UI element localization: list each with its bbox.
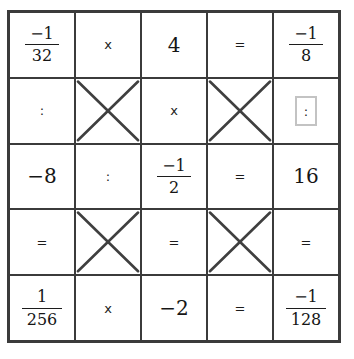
number-value: 4 [168,33,181,57]
fraction-denominator: 256 [22,308,63,329]
fraction-denominator: 32 [25,44,59,65]
cell-r1c3: 4 [141,12,207,78]
cell-r4c5: = [273,209,339,275]
cell-r4c2 [75,209,141,275]
cell-r2c5[interactable]: : [273,78,339,144]
cell-r5c2: x [75,275,141,341]
operator: x [104,301,112,316]
operator: : [40,103,44,118]
fraction-numerator: −1 [157,156,191,176]
operator: = [169,235,180,250]
cell-r3c1: −8 [9,144,75,210]
blocked-x-icon [208,210,272,274]
fraction-denominator: 8 [289,44,323,65]
cell-r4c4 [207,209,273,275]
fraction-value: 1256 [22,287,63,328]
cell-r3c5: 16 [273,144,339,210]
operator: = [301,235,312,250]
cell-r1c5: −18 [273,12,339,78]
cell-r3c3: −12 [141,144,207,210]
operator: x [104,37,112,52]
cell-r2c1: : [9,78,75,144]
operator: x [170,103,178,118]
cell-r3c4: = [207,144,273,210]
blocked-x-icon [208,79,272,143]
operator: = [235,169,246,184]
fraction-denominator: 2 [157,176,191,197]
operator: = [37,235,48,250]
answer-box[interactable]: : [295,96,317,126]
cell-r5c4: = [207,275,273,341]
cell-r4c1: = [9,209,75,275]
cell-r1c1: −132 [9,12,75,78]
cell-r4c3: = [141,209,207,275]
puzzle-board: −132x4=−18:x:−8:−12=16===1256x−2=−1128 [7,10,341,343]
fraction-numerator: −1 [289,24,323,44]
number-value: −2 [159,296,188,320]
blocked-x-icon [76,210,140,274]
cell-r2c2 [75,78,141,144]
cell-r2c3: x [141,78,207,144]
cell-r5c3: −2 [141,275,207,341]
cell-r5c1: 1256 [9,275,75,341]
operator: = [235,301,246,316]
fraction-numerator: −1 [286,287,327,307]
blocked-x-icon [76,79,140,143]
fraction-value: −12 [157,156,191,197]
fraction-numerator: 1 [22,287,63,307]
fraction-numerator: −1 [25,24,59,44]
fraction-value: −132 [25,24,59,65]
fraction-value: −1128 [286,287,327,328]
cell-r3c2: : [75,144,141,210]
operator: = [235,37,246,52]
number-value: 16 [293,164,318,188]
fraction-value: −18 [289,24,323,65]
cell-r1c4: = [207,12,273,78]
operator: : [106,169,110,184]
number-value: −8 [27,164,56,188]
cell-r5c5: −1128 [273,275,339,341]
fraction-denominator: 128 [286,308,327,329]
cell-r1c2: x [75,12,141,78]
cell-r2c4 [207,78,273,144]
